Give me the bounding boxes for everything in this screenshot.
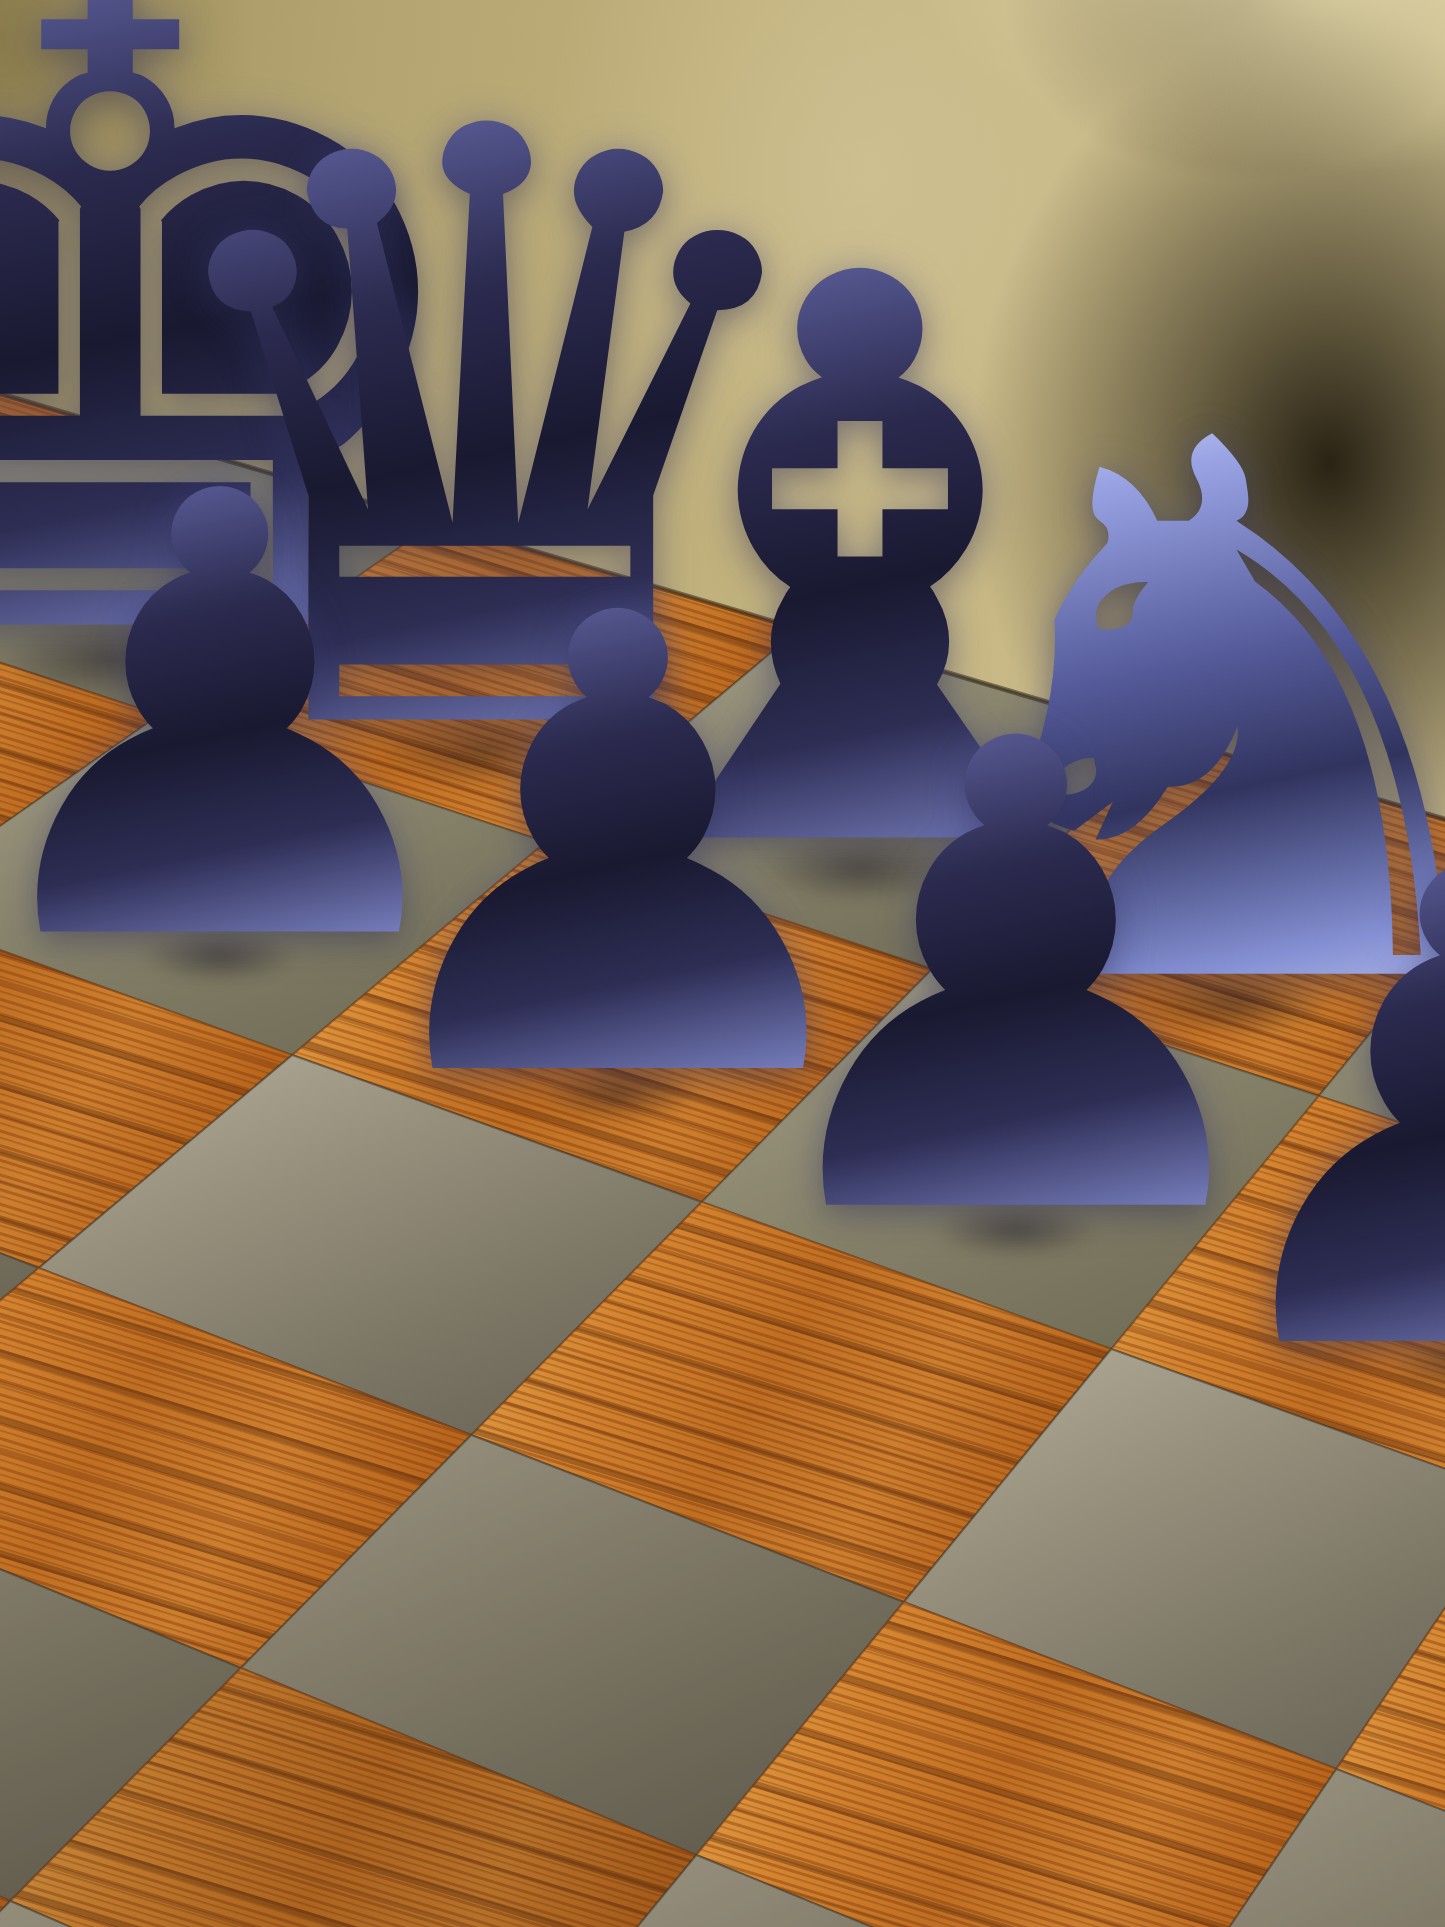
pieces-layer: ♚♛♝♞♟♟♟♟ xyxy=(0,0,1445,1927)
piece-pawn-f7[interactable]: ♟ xyxy=(1178,787,1445,1442)
chessboard-photo-scene: ♚♛♝♞♟♟♟♟ xyxy=(0,0,1445,1927)
